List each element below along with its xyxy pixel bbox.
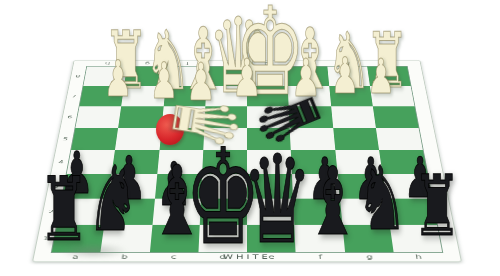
piece-black-bishop-f1[interactable]: ♝ xyxy=(306,155,361,249)
piece-white-pawn-a7[interactable]: ♟ xyxy=(103,54,132,104)
square-a6[interactable] xyxy=(75,106,121,127)
square-h6[interactable] xyxy=(373,106,419,127)
piece-black-knight-g1[interactable]: ♞ xyxy=(356,155,407,243)
piece-white-pawn-h7[interactable]: ♟ xyxy=(367,52,395,100)
piece-black-rook-h1[interactable]: ♜ xyxy=(413,164,462,248)
piece-black-queen-e1[interactable]: ♛ xyxy=(241,139,312,261)
piece-white-pawn-g7[interactable]: ♟ xyxy=(330,51,359,101)
chess-set-photo: 87654321 abcdefgh abcdefgh WHITE ♜♞♝♛♚♝♞… xyxy=(0,0,500,276)
piece-black-knight-b1[interactable]: ♞ xyxy=(87,154,139,244)
piece-black-rook-a1[interactable]: ♜ xyxy=(38,166,89,254)
piece-white-pawn-d7[interactable]: ♟ xyxy=(232,52,262,104)
